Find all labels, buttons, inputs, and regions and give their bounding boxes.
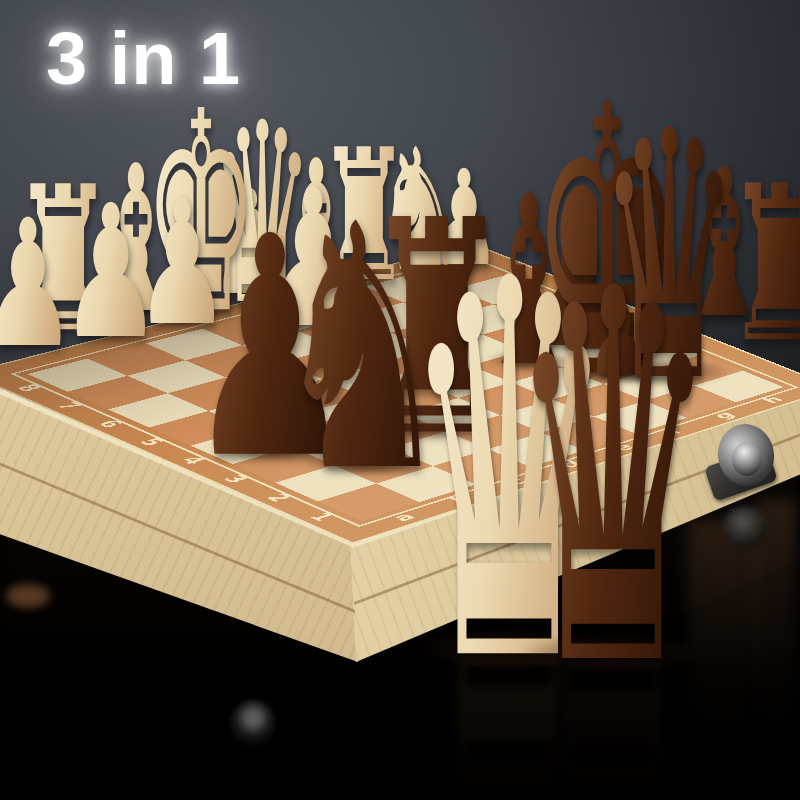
- rank-label: 6: [92, 418, 129, 430]
- scene: 12345678abcdefgh ♛♛ ♟♜♟♝♟♚♟♛♟♝♜♞♟♟♞♜♝♟♚♟…: [0, 0, 800, 800]
- latch-reflection: [722, 506, 768, 548]
- file-label: h: [757, 394, 788, 405]
- product-badge: 3 in 1: [46, 16, 241, 101]
- reflection-fragment: [6, 584, 50, 608]
- piece-white-pawn[interactable]: ♟: [0, 197, 77, 373]
- rank-label: 5: [133, 436, 170, 448]
- rank-label: 7: [51, 400, 88, 412]
- hardware-reflection: [230, 700, 276, 748]
- piece-dark-queen[interactable]: ♛: [507, 224, 719, 737]
